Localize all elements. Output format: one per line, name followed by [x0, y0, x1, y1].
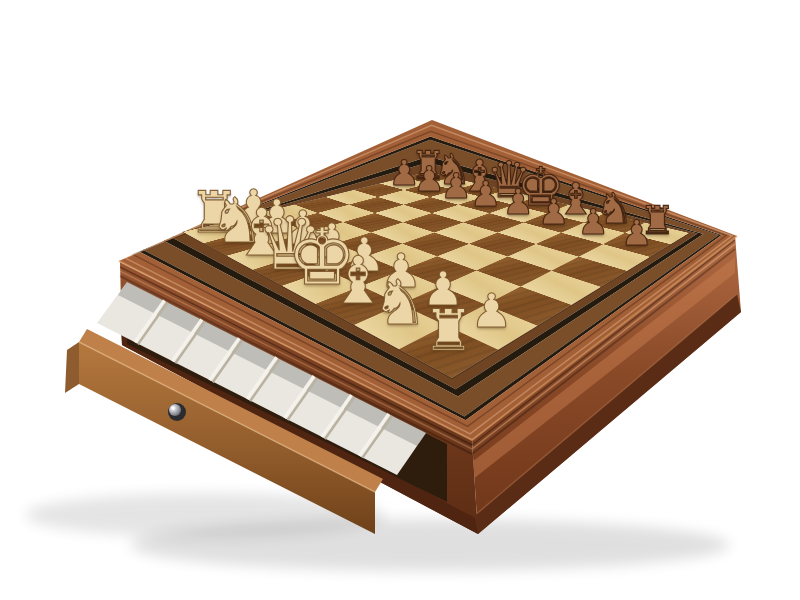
piece-black-pawn[interactable]: ♟ — [538, 194, 569, 229]
piece-black-pawn[interactable]: ♟ — [577, 205, 608, 240]
ground-shadows — [25, 493, 730, 571]
piece-black-pawn[interactable]: ♟ — [502, 185, 533, 220]
drawer-knob[interactable] — [168, 403, 186, 421]
piece-black-pawn[interactable]: ♟ — [621, 216, 652, 251]
piece-white-knight[interactable]: ♞ — [372, 272, 428, 334]
piece-black-pawn[interactable]: ♟ — [441, 169, 472, 204]
drawer-end-cap — [65, 342, 79, 393]
chess-set-photo: ♜♞♝♛♚♝♞♜♟♟♟♟♟♟♟♟♟♟♟♟♟♟♟♟♜♞♝♛♚♝♞♜ — [0, 0, 800, 600]
piece-black-pawn[interactable]: ♟ — [470, 177, 501, 212]
piece-white-rook[interactable]: ♜ — [423, 301, 474, 358]
piece-white-pawn[interactable]: ♟ — [470, 286, 512, 333]
